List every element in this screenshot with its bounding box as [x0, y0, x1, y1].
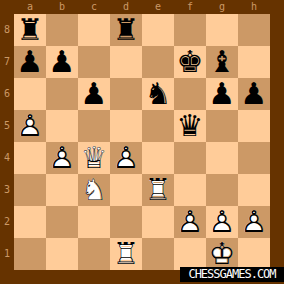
square-h5 — [238, 110, 270, 142]
white-pawn-b4: ♟♙ — [46, 142, 78, 174]
square-e1 — [142, 238, 174, 270]
black-pawn-g6: ♟ — [206, 78, 238, 110]
square-d8: ♜ — [110, 14, 142, 46]
black-knight-e6: ♞ — [142, 78, 174, 110]
square-f4 — [174, 142, 206, 174]
square-b1 — [46, 238, 78, 270]
square-b5 — [46, 110, 78, 142]
black-bishop-g7: ♝ — [206, 46, 238, 78]
square-a3 — [14, 174, 46, 206]
rank-label-2: 2 — [0, 206, 14, 238]
file-label-f: f — [174, 0, 206, 14]
square-f8 — [174, 14, 206, 46]
black-king-f7: ♚ — [174, 46, 206, 78]
square-b7: ♟ — [46, 46, 78, 78]
rank-label-8: 8 — [0, 14, 14, 46]
rank-labels: 87654321 — [0, 14, 14, 270]
file-label-h: h — [238, 0, 270, 14]
square-d4: ♟♙ — [110, 142, 142, 174]
square-h2: ♟♙ — [238, 206, 270, 238]
square-d5 — [110, 110, 142, 142]
square-a6 — [14, 78, 46, 110]
square-e8 — [142, 14, 174, 46]
square-a2 — [14, 206, 46, 238]
white-pawn-g2: ♟♙ — [206, 206, 238, 238]
chessgames-watermark: CHESSGAMES.COM — [180, 267, 284, 282]
square-g4 — [206, 142, 238, 174]
square-d7 — [110, 46, 142, 78]
square-g5 — [206, 110, 238, 142]
white-pawn-f2: ♟♙ — [174, 206, 206, 238]
chess-board: ♜♜♟♟♚♝♟♞♟♟♟♙♛♟♙♛♕♟♙♞♘♜♖♟♙♟♙♟♙♜♖♚♔ — [14, 14, 270, 270]
square-e2 — [142, 206, 174, 238]
white-king-g1: ♚♔ — [206, 238, 238, 270]
square-f2: ♟♙ — [174, 206, 206, 238]
square-a7: ♟ — [14, 46, 46, 78]
square-c2 — [78, 206, 110, 238]
black-rook-d8: ♜ — [110, 14, 142, 46]
square-f5: ♛ — [174, 110, 206, 142]
white-rook-e3: ♜♖ — [142, 174, 174, 206]
square-g8 — [206, 14, 238, 46]
file-label-g: g — [206, 0, 238, 14]
square-a4 — [14, 142, 46, 174]
square-b8 — [46, 14, 78, 46]
square-b6 — [46, 78, 78, 110]
square-f1 — [174, 238, 206, 270]
chess-diagram: abcdefgh 87654321 ♜♜♟♟♚♝♟♞♟♟♟♙♛♟♙♛♕♟♙♞♘♜… — [0, 0, 284, 284]
white-pawn-a5: ♟♙ — [14, 110, 46, 142]
black-queen-f5: ♛ — [174, 110, 206, 142]
square-b3 — [46, 174, 78, 206]
rank-label-3: 3 — [0, 174, 14, 206]
square-h4 — [238, 142, 270, 174]
rank-label-6: 6 — [0, 78, 14, 110]
rank-label-1: 1 — [0, 238, 14, 270]
square-d3 — [110, 174, 142, 206]
black-pawn-b7: ♟ — [46, 46, 78, 78]
square-h1 — [238, 238, 270, 270]
square-d6 — [110, 78, 142, 110]
square-e3: ♜♖ — [142, 174, 174, 206]
square-h6: ♟ — [238, 78, 270, 110]
square-g7: ♝ — [206, 46, 238, 78]
square-e7 — [142, 46, 174, 78]
white-pawn-d4: ♟♙ — [110, 142, 142, 174]
square-g6: ♟ — [206, 78, 238, 110]
square-a5: ♟♙ — [14, 110, 46, 142]
file-label-b: b — [46, 0, 78, 14]
white-knight-c3: ♞♘ — [78, 174, 110, 206]
square-e5 — [142, 110, 174, 142]
square-c8 — [78, 14, 110, 46]
file-label-c: c — [78, 0, 110, 14]
square-f6 — [174, 78, 206, 110]
square-h8 — [238, 14, 270, 46]
square-g1: ♚♔ — [206, 238, 238, 270]
square-d1: ♜♖ — [110, 238, 142, 270]
square-c5 — [78, 110, 110, 142]
rank-label-7: 7 — [0, 46, 14, 78]
square-e4 — [142, 142, 174, 174]
square-f7: ♚ — [174, 46, 206, 78]
square-a8: ♜ — [14, 14, 46, 46]
black-pawn-h6: ♟ — [238, 78, 270, 110]
file-labels: abcdefgh — [14, 0, 270, 14]
square-a1 — [14, 238, 46, 270]
black-pawn-a7: ♟ — [14, 46, 46, 78]
square-c3: ♞♘ — [78, 174, 110, 206]
square-c4: ♛♕ — [78, 142, 110, 174]
white-pawn-h2: ♟♙ — [238, 206, 270, 238]
square-g3 — [206, 174, 238, 206]
square-f3 — [174, 174, 206, 206]
black-pawn-c6: ♟ — [78, 78, 110, 110]
square-c6: ♟ — [78, 78, 110, 110]
square-d2 — [110, 206, 142, 238]
file-label-e: e — [142, 0, 174, 14]
square-c1 — [78, 238, 110, 270]
white-rook-d1: ♜♖ — [110, 238, 142, 270]
square-b2 — [46, 206, 78, 238]
square-h3 — [238, 174, 270, 206]
square-g2: ♟♙ — [206, 206, 238, 238]
square-e6: ♞ — [142, 78, 174, 110]
white-queen-c4: ♛♕ — [78, 142, 110, 174]
black-rook-a8: ♜ — [14, 14, 46, 46]
square-h7 — [238, 46, 270, 78]
square-b4: ♟♙ — [46, 142, 78, 174]
rank-label-4: 4 — [0, 142, 14, 174]
rank-label-5: 5 — [0, 110, 14, 142]
square-c7 — [78, 46, 110, 78]
